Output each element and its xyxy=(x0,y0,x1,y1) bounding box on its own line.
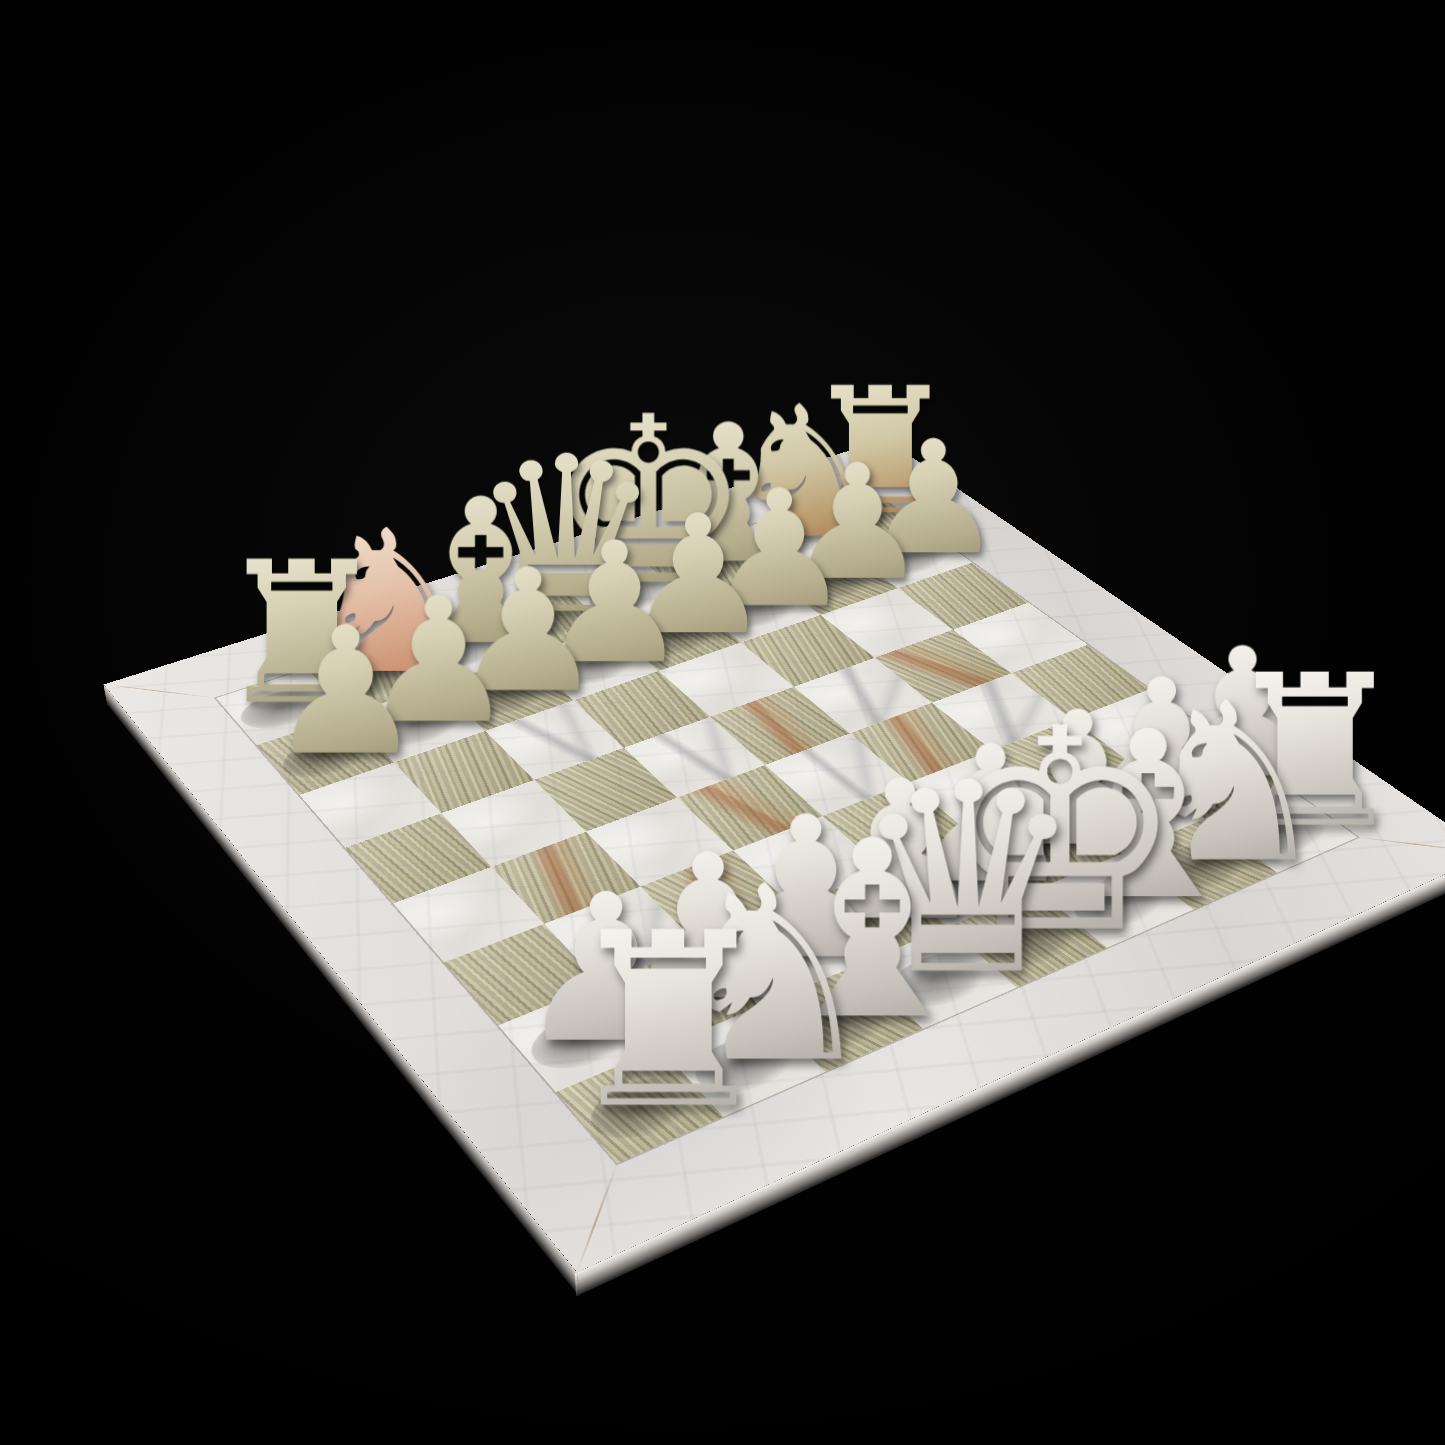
photo-canvas: ♜♞♝♛♚♝♞♜♟♟♟♟♟♟♟♟♟♟♟♟♟♟♟♟♜♞♝♛♚♝♞♜ xyxy=(0,0,1445,1445)
piece-a1[interactable]: ♜ xyxy=(555,1048,723,1163)
white-rook[interactable]: ♜ xyxy=(504,907,833,1136)
green-pawn[interactable]: ♟ xyxy=(208,608,483,775)
piece-a7[interactable]: ♟ xyxy=(256,714,393,795)
frame-miter-seam xyxy=(575,1161,618,1271)
black-backdrop: ♜♞♝♛♚♝♞♜♟♟♟♟♟♟♟♟♟♟♟♟♟♟♟♟♜♞♝♛♚♝♞♜ xyxy=(0,0,1445,1445)
square-a1[interactable]: ♜ xyxy=(555,1048,723,1163)
chess-board: ♜♞♝♛♚♝♞♜♟♟♟♟♟♟♟♟♟♟♟♟♟♟♟♟♜♞♝♛♚♝♞♜ xyxy=(103,439,1445,1272)
board-grid: ♜♞♝♛♚♝♞♜♟♟♟♟♟♟♟♟♟♟♟♟♟♟♟♟♜♞♝♛♚♝♞♜ xyxy=(216,487,1358,1163)
square-a7[interactable]: ♟ xyxy=(256,714,393,795)
